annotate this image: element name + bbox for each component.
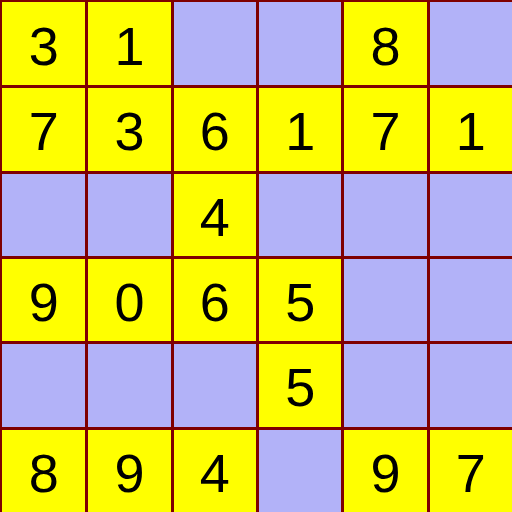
puzzle-board: 31873617149065589497 [0,0,512,512]
cell-r2c5[interactable]: 7 [341,85,426,170]
cell-digit: 1 [285,100,315,158]
cell-r6c1[interactable]: 8 [0,427,85,512]
cell-r5c3[interactable] [171,341,256,426]
cell-r1c1[interactable]: 3 [0,0,85,85]
cell-digit: 6 [200,100,230,158]
cell-r4c2[interactable]: 0 [85,256,170,341]
cell-digit: 5 [285,356,315,414]
cell-digit: 7 [456,442,486,500]
cell-digit: 1 [456,100,486,158]
cell-digit: 7 [29,100,59,158]
cell-digit: 0 [114,271,144,329]
cell-digit: 4 [200,442,230,500]
cell-r3c2[interactable] [85,171,170,256]
cell-r6c4[interactable] [256,427,341,512]
cell-r3c3[interactable]: 4 [171,171,256,256]
cell-r6c3[interactable]: 4 [171,427,256,512]
cell-r2c6[interactable]: 1 [427,85,512,170]
cell-r1c5[interactable]: 8 [341,0,426,85]
cell-digit: 3 [114,100,144,158]
cell-r4c1[interactable]: 9 [0,256,85,341]
cell-digit: 9 [114,442,144,500]
cell-r5c5[interactable] [341,341,426,426]
cell-r2c1[interactable]: 7 [0,85,85,170]
cell-digit: 5 [285,271,315,329]
cell-digit: 9 [29,271,59,329]
cell-r2c4[interactable]: 1 [256,85,341,170]
cell-r6c6[interactable]: 7 [427,427,512,512]
cell-r3c6[interactable] [427,171,512,256]
cell-r6c5[interactable]: 9 [341,427,426,512]
cell-r6c2[interactable]: 9 [85,427,170,512]
cell-digit: 9 [370,442,400,500]
cell-r4c5[interactable] [341,256,426,341]
cell-r5c1[interactable] [0,341,85,426]
cell-digit: 8 [370,15,400,73]
cell-r5c6[interactable] [427,341,512,426]
cell-digit: 1 [114,15,144,73]
cell-r3c5[interactable] [341,171,426,256]
cell-r5c4[interactable]: 5 [256,341,341,426]
cell-digit: 4 [200,186,230,244]
cell-r4c6[interactable] [427,256,512,341]
cell-digit: 3 [29,15,59,73]
cell-r1c3[interactable] [171,0,256,85]
cell-r1c4[interactable] [256,0,341,85]
cell-r2c3[interactable]: 6 [171,85,256,170]
cell-r3c4[interactable] [256,171,341,256]
cell-r5c2[interactable] [85,341,170,426]
cell-r2c2[interactable]: 3 [85,85,170,170]
cell-digit: 6 [200,271,230,329]
cell-r3c1[interactable] [0,171,85,256]
cell-digit: 8 [29,442,59,500]
cell-digit: 7 [370,100,400,158]
cell-r4c3[interactable]: 6 [171,256,256,341]
cell-r1c2[interactable]: 1 [85,0,170,85]
cell-r4c4[interactable]: 5 [256,256,341,341]
cell-r1c6[interactable] [427,0,512,85]
